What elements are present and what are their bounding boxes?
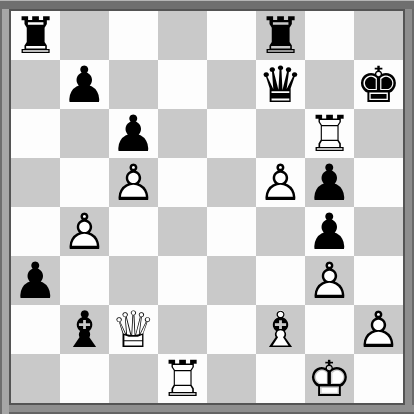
square-b4[interactable]: ♟♙ xyxy=(60,207,109,256)
square-f3[interactable] xyxy=(256,256,305,305)
black-pawn: ♟ xyxy=(60,60,109,109)
square-b3[interactable] xyxy=(60,256,109,305)
square-d1[interactable]: ♜♖ xyxy=(158,354,207,403)
square-c3[interactable] xyxy=(109,256,158,305)
white-pawn: ♙ xyxy=(60,207,109,256)
square-h8[interactable] xyxy=(354,11,403,60)
white-rook-fill: ♜ xyxy=(305,109,354,158)
square-f8[interactable]: ♜ xyxy=(256,11,305,60)
square-d5[interactable] xyxy=(158,158,207,207)
white-king-fill: ♚ xyxy=(305,354,354,403)
square-f4[interactable] xyxy=(256,207,305,256)
square-a5[interactable] xyxy=(11,158,60,207)
square-a4[interactable] xyxy=(11,207,60,256)
chess-diagram: ♜♜♟♛♚♟♜♖♟♙♟♙♟♟♙♟♟♟♙♝♛♕♝♗♟♙♜♖♚♔ xyxy=(0,0,414,414)
square-c2[interactable]: ♛♕ xyxy=(109,305,158,354)
square-c5[interactable]: ♟♙ xyxy=(109,158,158,207)
white-pawn-fill: ♟ xyxy=(109,158,158,207)
square-h2[interactable]: ♟♙ xyxy=(354,305,403,354)
white-bishop-fill: ♝ xyxy=(256,305,305,354)
black-king: ♚ xyxy=(354,60,403,109)
board-frame: ♜♜♟♛♚♟♜♖♟♙♟♙♟♟♙♟♟♟♙♝♛♕♝♗♟♙♜♖♚♔ xyxy=(0,0,414,414)
square-b7[interactable]: ♟ xyxy=(60,60,109,109)
square-e7[interactable] xyxy=(207,60,256,109)
square-g7[interactable] xyxy=(305,60,354,109)
white-rook: ♖ xyxy=(158,354,207,403)
square-f5[interactable]: ♟♙ xyxy=(256,158,305,207)
square-g8[interactable] xyxy=(305,11,354,60)
square-e6[interactable] xyxy=(207,109,256,158)
square-h7[interactable]: ♚ xyxy=(354,60,403,109)
black-pawn: ♟ xyxy=(109,109,158,158)
white-pawn-fill: ♟ xyxy=(256,158,305,207)
white-pawn-fill: ♟ xyxy=(305,256,354,305)
square-a2[interactable] xyxy=(11,305,60,354)
square-f1[interactable] xyxy=(256,354,305,403)
square-a8[interactable]: ♜ xyxy=(11,11,60,60)
white-pawn: ♙ xyxy=(354,305,403,354)
square-g3[interactable]: ♟♙ xyxy=(305,256,354,305)
square-c6[interactable]: ♟ xyxy=(109,109,158,158)
square-b6[interactable] xyxy=(60,109,109,158)
square-c1[interactable] xyxy=(109,354,158,403)
square-e1[interactable] xyxy=(207,354,256,403)
square-h4[interactable] xyxy=(354,207,403,256)
black-rook: ♜ xyxy=(256,11,305,60)
black-pawn: ♟ xyxy=(11,256,60,305)
square-d8[interactable] xyxy=(158,11,207,60)
square-a6[interactable] xyxy=(11,109,60,158)
square-h3[interactable] xyxy=(354,256,403,305)
square-g1[interactable]: ♚♔ xyxy=(305,354,354,403)
white-queen-fill: ♛ xyxy=(109,305,158,354)
square-e8[interactable] xyxy=(207,11,256,60)
square-b8[interactable] xyxy=(60,11,109,60)
black-queen: ♛ xyxy=(256,60,305,109)
square-c7[interactable] xyxy=(109,60,158,109)
black-bishop: ♝ xyxy=(60,305,109,354)
square-e3[interactable] xyxy=(207,256,256,305)
white-pawn-fill: ♟ xyxy=(60,207,109,256)
square-d7[interactable] xyxy=(158,60,207,109)
square-c8[interactable] xyxy=(109,11,158,60)
square-g2[interactable] xyxy=(305,305,354,354)
white-pawn: ♙ xyxy=(109,158,158,207)
chessboard: ♜♜♟♛♚♟♜♖♟♙♟♙♟♟♙♟♟♟♙♝♛♕♝♗♟♙♜♖♚♔ xyxy=(9,9,405,405)
square-e5[interactable] xyxy=(207,158,256,207)
square-f2[interactable]: ♝♗ xyxy=(256,305,305,354)
square-g6[interactable]: ♜♖ xyxy=(305,109,354,158)
square-h5[interactable] xyxy=(354,158,403,207)
white-king: ♔ xyxy=(305,354,354,403)
square-a3[interactable]: ♟ xyxy=(11,256,60,305)
black-pawn: ♟ xyxy=(305,158,354,207)
square-a7[interactable] xyxy=(11,60,60,109)
square-b2[interactable]: ♝ xyxy=(60,305,109,354)
square-c4[interactable] xyxy=(109,207,158,256)
black-rook: ♜ xyxy=(11,11,60,60)
white-pawn-fill: ♟ xyxy=(354,305,403,354)
white-pawn: ♙ xyxy=(256,158,305,207)
square-d3[interactable] xyxy=(158,256,207,305)
square-h1[interactable] xyxy=(354,354,403,403)
square-b5[interactable] xyxy=(60,158,109,207)
square-h6[interactable] xyxy=(354,109,403,158)
square-g4[interactable]: ♟ xyxy=(305,207,354,256)
square-d4[interactable] xyxy=(158,207,207,256)
square-a1[interactable] xyxy=(11,354,60,403)
square-f6[interactable] xyxy=(256,109,305,158)
square-e2[interactable] xyxy=(207,305,256,354)
square-g5[interactable]: ♟ xyxy=(305,158,354,207)
white-rook-fill: ♜ xyxy=(158,354,207,403)
white-queen: ♕ xyxy=(109,305,158,354)
square-b1[interactable] xyxy=(60,354,109,403)
square-d2[interactable] xyxy=(158,305,207,354)
square-f7[interactable]: ♛ xyxy=(256,60,305,109)
white-bishop: ♗ xyxy=(256,305,305,354)
square-e4[interactable] xyxy=(207,207,256,256)
black-pawn: ♟ xyxy=(305,207,354,256)
square-d6[interactable] xyxy=(158,109,207,158)
white-pawn: ♙ xyxy=(305,256,354,305)
white-rook: ♖ xyxy=(305,109,354,158)
